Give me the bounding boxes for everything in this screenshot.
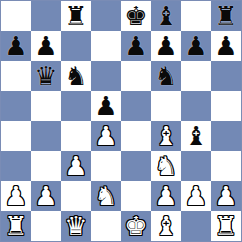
square-h4[interactable] [211, 121, 241, 151]
square-c3[interactable]: ♟ [61, 151, 91, 181]
square-b5[interactable] [31, 91, 61, 121]
square-e5[interactable] [121, 91, 151, 121]
piece-black-knight[interactable]: ♞ [154, 61, 177, 91]
square-h1[interactable]: ♜ [211, 211, 241, 241]
square-f5[interactable] [151, 91, 181, 121]
square-a1[interactable]: ♜ [1, 211, 31, 241]
piece-black-pawn[interactable]: ♟ [184, 31, 207, 61]
piece-white-pawn[interactable]: ♟ [94, 121, 117, 151]
square-c5[interactable] [61, 91, 91, 121]
square-d3[interactable] [91, 151, 121, 181]
square-h5[interactable] [211, 91, 241, 121]
piece-black-pawn[interactable]: ♟ [34, 31, 57, 61]
square-b8[interactable] [31, 1, 61, 31]
square-a3[interactable] [1, 151, 31, 181]
square-c2[interactable] [61, 181, 91, 211]
piece-black-pawn[interactable]: ♟ [124, 31, 147, 61]
piece-white-pawn[interactable]: ♟ [154, 181, 177, 211]
piece-white-knight[interactable]: ♞ [94, 181, 117, 211]
square-f8[interactable]: ♝ [151, 1, 181, 31]
square-h2[interactable]: ♟ [211, 181, 241, 211]
square-b1[interactable] [31, 211, 61, 241]
piece-black-pawn[interactable]: ♟ [214, 31, 237, 61]
square-g3[interactable] [181, 151, 211, 181]
piece-white-knight[interactable]: ♞ [154, 151, 177, 181]
piece-white-rook[interactable]: ♜ [4, 211, 27, 241]
square-c4[interactable] [61, 121, 91, 151]
piece-black-pawn[interactable]: ♟ [94, 91, 117, 121]
square-f6[interactable]: ♞ [151, 61, 181, 91]
square-f2[interactable]: ♟ [151, 181, 181, 211]
square-f1[interactable]: ♝ [151, 211, 181, 241]
square-a8[interactable] [1, 1, 31, 31]
piece-black-rook[interactable]: ♜ [214, 1, 237, 31]
square-e6[interactable] [121, 61, 151, 91]
piece-black-bishop[interactable]: ♝ [154, 1, 177, 31]
square-d5[interactable]: ♟ [91, 91, 121, 121]
square-d1[interactable] [91, 211, 121, 241]
piece-black-pawn[interactable]: ♟ [154, 31, 177, 61]
square-a6[interactable] [1, 61, 31, 91]
square-g1[interactable] [181, 211, 211, 241]
piece-white-pawn[interactable]: ♟ [184, 181, 207, 211]
piece-white-rook[interactable]: ♜ [214, 211, 237, 241]
square-f4[interactable]: ♝ [151, 121, 181, 151]
square-e4[interactable] [121, 121, 151, 151]
square-e3[interactable] [121, 151, 151, 181]
piece-black-queen[interactable]: ♛ [34, 61, 57, 91]
piece-white-pawn[interactable]: ♟ [34, 181, 57, 211]
square-d8[interactable] [91, 1, 121, 31]
chess-board: ♜♚♝♜♟♟♟♟♟♟♛♞♞♟♟♝♝♟♞♟♟♞♟♟♟♜♛♚♝♜ [1, 1, 241, 241]
square-b3[interactable] [31, 151, 61, 181]
chess-board-frame: ♜♚♝♜♟♟♟♟♟♟♛♞♞♟♟♝♝♟♞♟♟♞♟♟♟♜♛♚♝♜ [0, 0, 242, 242]
square-e1[interactable]: ♚ [121, 211, 151, 241]
piece-white-king[interactable]: ♚ [124, 211, 147, 241]
square-d2[interactable]: ♞ [91, 181, 121, 211]
piece-white-bishop[interactable]: ♝ [154, 121, 177, 151]
square-b7[interactable]: ♟ [31, 31, 61, 61]
piece-white-pawn[interactable]: ♟ [64, 151, 87, 181]
square-c6[interactable]: ♞ [61, 61, 91, 91]
piece-black-king[interactable]: ♚ [124, 1, 147, 31]
square-g2[interactable]: ♟ [181, 181, 211, 211]
square-c1[interactable]: ♛ [61, 211, 91, 241]
piece-white-bishop[interactable]: ♝ [154, 211, 177, 241]
square-d7[interactable] [91, 31, 121, 61]
square-e2[interactable] [121, 181, 151, 211]
square-h7[interactable]: ♟ [211, 31, 241, 61]
square-g7[interactable]: ♟ [181, 31, 211, 61]
square-h8[interactable]: ♜ [211, 1, 241, 31]
square-h6[interactable] [211, 61, 241, 91]
piece-white-queen[interactable]: ♛ [64, 211, 87, 241]
square-f7[interactable]: ♟ [151, 31, 181, 61]
piece-black-pawn[interactable]: ♟ [4, 31, 27, 61]
piece-black-rook[interactable]: ♜ [64, 1, 87, 31]
square-h3[interactable] [211, 151, 241, 181]
square-a7[interactable]: ♟ [1, 31, 31, 61]
piece-black-bishop[interactable]: ♝ [184, 121, 207, 151]
square-a2[interactable]: ♟ [1, 181, 31, 211]
square-a4[interactable] [1, 121, 31, 151]
square-c8[interactable]: ♜ [61, 1, 91, 31]
square-g5[interactable] [181, 91, 211, 121]
square-c7[interactable] [61, 31, 91, 61]
square-b4[interactable] [31, 121, 61, 151]
piece-white-pawn[interactable]: ♟ [4, 181, 27, 211]
square-g6[interactable] [181, 61, 211, 91]
square-f3[interactable]: ♞ [151, 151, 181, 181]
square-d4[interactable]: ♟ [91, 121, 121, 151]
square-g4[interactable]: ♝ [181, 121, 211, 151]
square-b2[interactable]: ♟ [31, 181, 61, 211]
square-a5[interactable] [1, 91, 31, 121]
square-e8[interactable]: ♚ [121, 1, 151, 31]
square-g8[interactable] [181, 1, 211, 31]
piece-white-pawn[interactable]: ♟ [214, 181, 237, 211]
square-d6[interactable] [91, 61, 121, 91]
square-b6[interactable]: ♛ [31, 61, 61, 91]
square-e7[interactable]: ♟ [121, 31, 151, 61]
piece-black-knight[interactable]: ♞ [64, 61, 87, 91]
